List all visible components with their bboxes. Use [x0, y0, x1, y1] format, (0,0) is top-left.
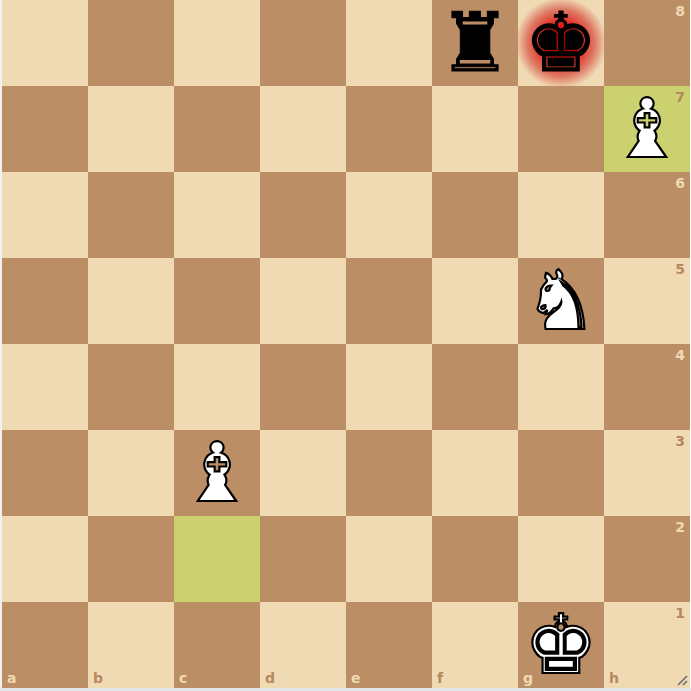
- file-label-c: c: [179, 671, 187, 685]
- square-e1[interactable]: e: [346, 602, 432, 688]
- square-a1[interactable]: a: [2, 602, 88, 688]
- rank-label-4: 4: [675, 348, 685, 362]
- square-f1[interactable]: f: [432, 602, 518, 688]
- square-b3[interactable]: [88, 430, 174, 516]
- square-d1[interactable]: d: [260, 602, 346, 688]
- square-a7[interactable]: [2, 86, 88, 172]
- file-label-f: f: [437, 671, 443, 685]
- piece-black-rook-f8[interactable]: ♜: [438, 0, 512, 86]
- square-e5[interactable]: [346, 258, 432, 344]
- square-g1[interactable]: g♚: [518, 602, 604, 688]
- square-b4[interactable]: [88, 344, 174, 430]
- square-e3[interactable]: [346, 430, 432, 516]
- piece-white-bishop-c3[interactable]: ♝: [180, 430, 254, 516]
- square-g8[interactable]: ♚: [518, 0, 604, 86]
- square-d8[interactable]: [260, 0, 346, 86]
- square-d3[interactable]: [260, 430, 346, 516]
- square-b1[interactable]: b: [88, 602, 174, 688]
- square-d7[interactable]: [260, 86, 346, 172]
- page: ♜♚87♝6♞54♝32abcdefg♚1h: [0, 0, 691, 691]
- square-b8[interactable]: [88, 0, 174, 86]
- square-a4[interactable]: [2, 344, 88, 430]
- square-h6[interactable]: 6: [604, 172, 690, 258]
- square-b6[interactable]: [88, 172, 174, 258]
- square-b2[interactable]: [88, 516, 174, 602]
- rank-label-1: 1: [675, 606, 685, 620]
- square-h4[interactable]: 4: [604, 344, 690, 430]
- square-e2[interactable]: [346, 516, 432, 602]
- square-c8[interactable]: [174, 0, 260, 86]
- square-f6[interactable]: [432, 172, 518, 258]
- file-label-a: a: [7, 671, 16, 685]
- square-h5[interactable]: 5: [604, 258, 690, 344]
- board-resize-grip-icon[interactable]: [674, 672, 688, 686]
- square-e7[interactable]: [346, 86, 432, 172]
- rank-label-2: 2: [675, 520, 685, 534]
- square-a6[interactable]: [2, 172, 88, 258]
- square-c3[interactable]: ♝: [174, 430, 260, 516]
- square-e8[interactable]: [346, 0, 432, 86]
- square-c6[interactable]: [174, 172, 260, 258]
- square-a5[interactable]: [2, 258, 88, 344]
- square-c2[interactable]: [174, 516, 260, 602]
- file-label-b: b: [93, 671, 103, 685]
- square-d2[interactable]: [260, 516, 346, 602]
- square-g5[interactable]: ♞: [518, 258, 604, 344]
- square-b7[interactable]: [88, 86, 174, 172]
- square-f7[interactable]: [432, 86, 518, 172]
- square-c4[interactable]: [174, 344, 260, 430]
- square-f4[interactable]: [432, 344, 518, 430]
- square-g4[interactable]: [518, 344, 604, 430]
- file-label-e: e: [351, 671, 361, 685]
- square-f5[interactable]: [432, 258, 518, 344]
- file-label-d: d: [265, 671, 275, 685]
- square-c7[interactable]: [174, 86, 260, 172]
- piece-white-knight-g5[interactable]: ♞: [524, 258, 598, 344]
- rank-label-3: 3: [675, 434, 685, 448]
- square-d5[interactable]: [260, 258, 346, 344]
- square-a2[interactable]: [2, 516, 88, 602]
- piece-white-king-g1[interactable]: ♚: [524, 602, 598, 688]
- square-a8[interactable]: [2, 0, 88, 86]
- square-g7[interactable]: [518, 86, 604, 172]
- square-h7[interactable]: 7♝: [604, 86, 690, 172]
- file-label-h: h: [609, 671, 619, 685]
- square-e4[interactable]: [346, 344, 432, 430]
- square-g3[interactable]: [518, 430, 604, 516]
- piece-white-bishop-h7[interactable]: ♝: [610, 86, 684, 172]
- square-d4[interactable]: [260, 344, 346, 430]
- square-b5[interactable]: [88, 258, 174, 344]
- square-c1[interactable]: c: [174, 602, 260, 688]
- square-f8[interactable]: ♜: [432, 0, 518, 86]
- square-c5[interactable]: [174, 258, 260, 344]
- square-f2[interactable]: [432, 516, 518, 602]
- square-d6[interactable]: [260, 172, 346, 258]
- square-h8[interactable]: 8: [604, 0, 690, 86]
- rank-label-5: 5: [675, 262, 685, 276]
- square-h3[interactable]: 3: [604, 430, 690, 516]
- square-h2[interactable]: 2: [604, 516, 690, 602]
- chess-board[interactable]: ♜♚87♝6♞54♝32abcdefg♚1h: [2, 0, 690, 688]
- rank-label-8: 8: [675, 4, 685, 18]
- rank-label-6: 6: [675, 176, 685, 190]
- square-e6[interactable]: [346, 172, 432, 258]
- square-f3[interactable]: [432, 430, 518, 516]
- square-a3[interactable]: [2, 430, 88, 516]
- square-g6[interactable]: [518, 172, 604, 258]
- piece-black-king-g8[interactable]: ♚: [524, 0, 598, 86]
- square-g2[interactable]: [518, 516, 604, 602]
